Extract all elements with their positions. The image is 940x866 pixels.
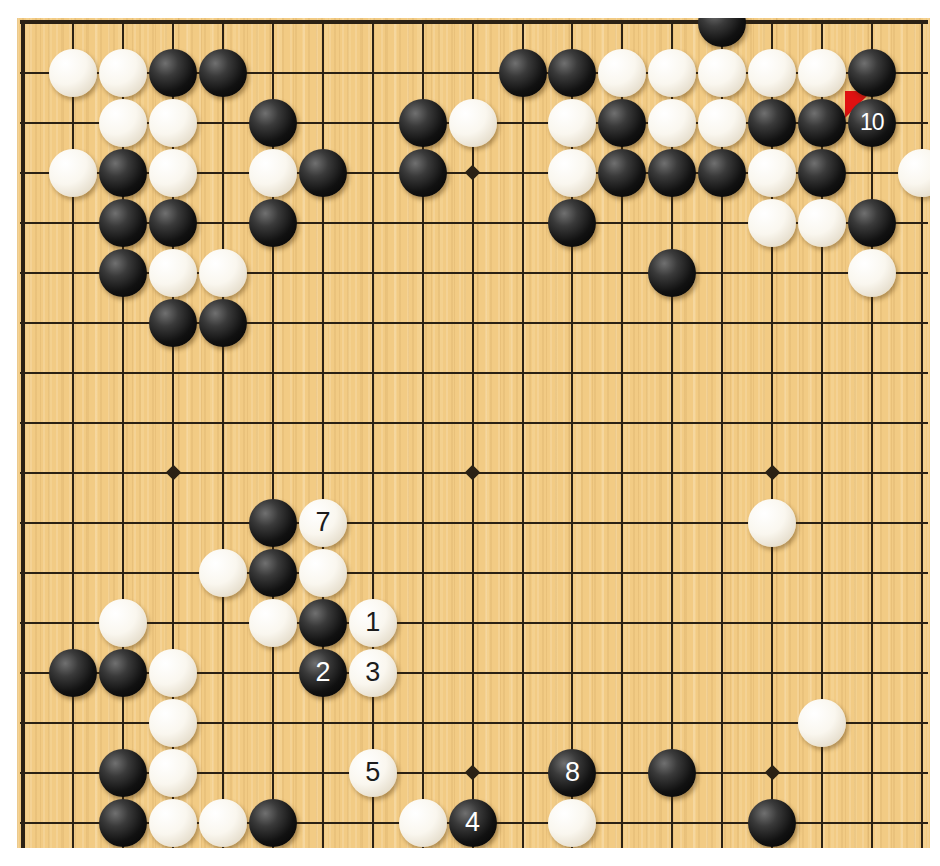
- stone-black[interactable]: [249, 549, 297, 597]
- stone-black[interactable]: [99, 649, 147, 697]
- stone-white[interactable]: [698, 99, 746, 147]
- grid-line-vertical: [222, 20, 224, 848]
- stone-black[interactable]: 2: [299, 649, 347, 697]
- page: 107123584: [0, 0, 940, 866]
- star-point: [165, 465, 181, 481]
- stone-white[interactable]: 5: [349, 749, 397, 797]
- stone-white[interactable]: [249, 149, 297, 197]
- stone-black[interactable]: [798, 99, 846, 147]
- star-point: [764, 465, 780, 481]
- stone-white[interactable]: [149, 799, 197, 847]
- stone-white[interactable]: [199, 799, 247, 847]
- stone-white[interactable]: [648, 99, 696, 147]
- go-board[interactable]: 107123584: [17, 18, 930, 848]
- stone-black[interactable]: [548, 199, 596, 247]
- stone-black[interactable]: [748, 799, 796, 847]
- grid-line-horizontal: [20, 572, 928, 574]
- stone-white[interactable]: [598, 49, 646, 97]
- stone-black[interactable]: [848, 49, 896, 97]
- stone-black[interactable]: 10: [848, 99, 896, 147]
- stone-white[interactable]: [698, 49, 746, 97]
- stone-move-number: 5: [365, 759, 380, 786]
- stone-white[interactable]: [249, 599, 297, 647]
- stone-white[interactable]: [149, 99, 197, 147]
- stone-black[interactable]: [199, 49, 247, 97]
- stone-white[interactable]: [648, 49, 696, 97]
- stone-black[interactable]: [598, 149, 646, 197]
- star-point: [465, 765, 481, 781]
- grid-line-horizontal: [20, 372, 928, 374]
- stone-black[interactable]: [698, 18, 746, 47]
- stone-move-number: 10: [860, 111, 884, 134]
- stone-black[interactable]: [249, 499, 297, 547]
- stone-white[interactable]: [99, 49, 147, 97]
- stone-white[interactable]: [748, 149, 796, 197]
- stone-black[interactable]: [499, 49, 547, 97]
- stone-white[interactable]: [149, 749, 197, 797]
- stone-white[interactable]: [49, 49, 97, 97]
- stone-black[interactable]: [598, 99, 646, 147]
- stone-white[interactable]: [99, 599, 147, 647]
- stone-black[interactable]: [399, 149, 447, 197]
- grid-line-vertical: [21, 20, 25, 848]
- stone-white[interactable]: [798, 49, 846, 97]
- stone-black[interactable]: 4: [449, 799, 497, 847]
- stone-white[interactable]: [299, 549, 347, 597]
- stone-black[interactable]: [99, 749, 147, 797]
- stone-black[interactable]: [149, 49, 197, 97]
- stone-black[interactable]: [99, 249, 147, 297]
- stone-black[interactable]: [99, 799, 147, 847]
- stone-move-number: 4: [465, 809, 480, 836]
- grid-line-vertical: [372, 20, 374, 848]
- star-point: [764, 765, 780, 781]
- stone-white[interactable]: [149, 249, 197, 297]
- stone-white[interactable]: 1: [349, 599, 397, 647]
- stone-black[interactable]: [249, 199, 297, 247]
- stone-black[interactable]: [249, 99, 297, 147]
- stone-black[interactable]: [99, 149, 147, 197]
- grid-line-horizontal: [20, 20, 928, 24]
- stone-white[interactable]: [798, 699, 846, 747]
- stone-move-number: 2: [315, 659, 330, 686]
- stone-black[interactable]: [648, 149, 696, 197]
- stone-white[interactable]: [199, 249, 247, 297]
- stone-white[interactable]: [49, 149, 97, 197]
- stone-black[interactable]: [299, 599, 347, 647]
- stone-white[interactable]: [848, 249, 896, 297]
- stone-black[interactable]: 8: [548, 749, 596, 797]
- stone-white[interactable]: [149, 149, 197, 197]
- stone-white[interactable]: [748, 499, 796, 547]
- stone-black[interactable]: [399, 99, 447, 147]
- stone-white[interactable]: [898, 149, 930, 197]
- stone-black[interactable]: [698, 149, 746, 197]
- stone-white[interactable]: [748, 49, 796, 97]
- stone-white[interactable]: 7: [299, 499, 347, 547]
- stone-white[interactable]: [99, 99, 147, 147]
- stone-black[interactable]: [848, 199, 896, 247]
- grid-line-vertical: [322, 20, 324, 848]
- grid-line-horizontal: [20, 622, 928, 624]
- stone-move-number: 7: [315, 509, 330, 536]
- stone-black[interactable]: [299, 149, 347, 197]
- stone-white[interactable]: [149, 699, 197, 747]
- stone-white[interactable]: [149, 649, 197, 697]
- stone-black[interactable]: [798, 149, 846, 197]
- star-point: [465, 465, 481, 481]
- stone-black[interactable]: [648, 749, 696, 797]
- stone-move-number: 1: [365, 609, 380, 636]
- stone-white[interactable]: [748, 199, 796, 247]
- stone-white[interactable]: [399, 799, 447, 847]
- stone-move-number: 3: [365, 659, 380, 686]
- stone-white[interactable]: [548, 99, 596, 147]
- stone-white[interactable]: [548, 149, 596, 197]
- star-point: [465, 165, 481, 181]
- stone-black[interactable]: [748, 99, 796, 147]
- stone-black[interactable]: [548, 49, 596, 97]
- stone-black[interactable]: [99, 199, 147, 247]
- stone-white[interactable]: [199, 549, 247, 597]
- stone-black[interactable]: [49, 649, 97, 697]
- grid-line-vertical: [72, 20, 74, 848]
- stone-black[interactable]: [249, 799, 297, 847]
- stone-black[interactable]: [149, 199, 197, 247]
- stone-black[interactable]: [648, 249, 696, 297]
- grid-line-horizontal: [20, 422, 928, 424]
- stone-move-number: 8: [565, 759, 580, 786]
- stone-white[interactable]: [798, 199, 846, 247]
- stone-white[interactable]: [449, 99, 497, 147]
- grid-line-vertical: [522, 20, 524, 848]
- grid-line-vertical: [921, 20, 923, 848]
- stone-white[interactable]: [548, 799, 596, 847]
- stone-white[interactable]: 3: [349, 649, 397, 697]
- stone-black[interactable]: [149, 299, 197, 347]
- stone-black[interactable]: [199, 299, 247, 347]
